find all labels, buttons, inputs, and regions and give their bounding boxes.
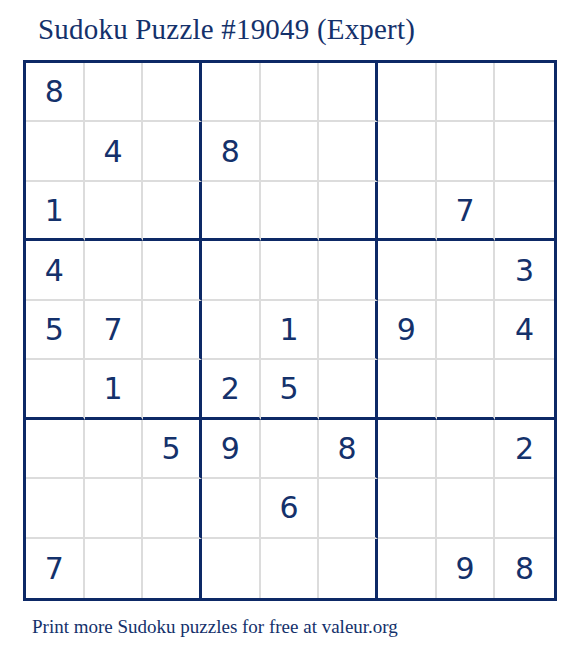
sudoku-cell-r7c8 — [437, 420, 496, 479]
sudoku-cell-r1c2 — [85, 63, 144, 122]
footer-text: Print more Sudoku puzzles for free at va… — [32, 616, 398, 638]
sudoku-cell-r9c6 — [319, 539, 378, 598]
sudoku-cell-r4c3 — [143, 241, 202, 300]
sudoku-cell-r2c4: 8 — [202, 122, 261, 181]
sudoku-cell-r3c3 — [143, 182, 202, 241]
sudoku-cell-r3c1: 1 — [26, 182, 85, 241]
sudoku-cell-r6c6 — [319, 360, 378, 419]
sudoku-cell-r1c1: 8 — [26, 63, 85, 122]
sudoku-cell-r8c3 — [143, 479, 202, 538]
sudoku-cell-r7c5 — [261, 420, 320, 479]
sudoku-cell-r6c7 — [378, 360, 437, 419]
sudoku-cell-r2c8 — [437, 122, 496, 181]
sudoku-cell-r1c7 — [378, 63, 437, 122]
sudoku-cell-r1c8 — [437, 63, 496, 122]
sudoku-cell-r2c2: 4 — [85, 122, 144, 181]
sudoku-cell-r7c7 — [378, 420, 437, 479]
sudoku-cell-r9c4 — [202, 539, 261, 598]
sudoku-cell-r9c3 — [143, 539, 202, 598]
sudoku-cell-r5c1: 5 — [26, 301, 85, 360]
sudoku-cell-r8c6 — [319, 479, 378, 538]
sudoku-cell-r7c9: 2 — [495, 420, 554, 479]
sudoku-cell-r5c9: 4 — [495, 301, 554, 360]
sudoku-cell-r3c7 — [378, 182, 437, 241]
sudoku-cell-r6c9 — [495, 360, 554, 419]
sudoku-cell-r3c4 — [202, 182, 261, 241]
sudoku-cell-r7c3: 5 — [143, 420, 202, 479]
sudoku-cell-r6c3 — [143, 360, 202, 419]
sudoku-cell-r8c4 — [202, 479, 261, 538]
sudoku-cell-r2c1 — [26, 122, 85, 181]
sudoku-cell-r6c1 — [26, 360, 85, 419]
sudoku-cell-r9c1: 7 — [26, 539, 85, 598]
sudoku-cell-r4c2 — [85, 241, 144, 300]
sudoku-cell-r8c2 — [85, 479, 144, 538]
sudoku-cell-r6c5: 5 — [261, 360, 320, 419]
sudoku-cell-r3c9 — [495, 182, 554, 241]
sudoku-cell-r9c5 — [261, 539, 320, 598]
sudoku-cell-r8c8 — [437, 479, 496, 538]
sudoku-cell-r2c5 — [261, 122, 320, 181]
sudoku-cell-r8c7 — [378, 479, 437, 538]
sudoku-cell-r5c3 — [143, 301, 202, 360]
sudoku-grid: 84817435719412559826798 — [23, 60, 557, 601]
sudoku-cell-r3c8: 7 — [437, 182, 496, 241]
sudoku-cell-r9c8: 9 — [437, 539, 496, 598]
sudoku-cell-r4c5 — [261, 241, 320, 300]
sudoku-cell-r6c8 — [437, 360, 496, 419]
sudoku-cell-r4c8 — [437, 241, 496, 300]
sudoku-cell-r4c4 — [202, 241, 261, 300]
sudoku-cell-r2c3 — [143, 122, 202, 181]
page-title: Sudoku Puzzle #19049 (Expert) — [38, 13, 415, 45]
sudoku-cell-r5c2: 7 — [85, 301, 144, 360]
sudoku-cell-r7c1 — [26, 420, 85, 479]
sudoku-cell-r4c9: 3 — [495, 241, 554, 300]
sudoku-cell-r8c1 — [26, 479, 85, 538]
sudoku-cell-r5c4 — [202, 301, 261, 360]
sudoku-cell-r9c2 — [85, 539, 144, 598]
sudoku-cell-r4c1: 4 — [26, 241, 85, 300]
sudoku-cell-r9c9: 8 — [495, 539, 554, 598]
sudoku-cell-r5c6 — [319, 301, 378, 360]
sudoku-cell-r4c7 — [378, 241, 437, 300]
sudoku-cell-r1c4 — [202, 63, 261, 122]
sudoku-cell-r9c7 — [378, 539, 437, 598]
sudoku-cell-r1c5 — [261, 63, 320, 122]
sudoku-cell-r8c5: 6 — [261, 479, 320, 538]
sudoku-cell-r2c6 — [319, 122, 378, 181]
sudoku-cell-r3c2 — [85, 182, 144, 241]
sudoku-cell-r5c8 — [437, 301, 496, 360]
sudoku-cell-r6c4: 2 — [202, 360, 261, 419]
sudoku-cell-r5c5: 1 — [261, 301, 320, 360]
sudoku-cell-r1c9 — [495, 63, 554, 122]
sudoku-cell-r1c3 — [143, 63, 202, 122]
sudoku-cell-r2c7 — [378, 122, 437, 181]
sudoku-cell-r7c2 — [85, 420, 144, 479]
sudoku-cell-r2c9 — [495, 122, 554, 181]
sudoku-cell-r7c4: 9 — [202, 420, 261, 479]
sudoku-cell-r5c7: 9 — [378, 301, 437, 360]
sudoku-cell-r3c5 — [261, 182, 320, 241]
sudoku-cell-r4c6 — [319, 241, 378, 300]
sudoku-cell-r3c6 — [319, 182, 378, 241]
sudoku-cell-r6c2: 1 — [85, 360, 144, 419]
sudoku-cell-r7c6: 8 — [319, 420, 378, 479]
sudoku-cell-r8c9 — [495, 479, 554, 538]
sudoku-cell-r1c6 — [319, 63, 378, 122]
